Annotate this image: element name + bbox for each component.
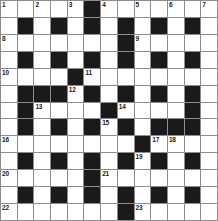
grid-cell-r9c13[interactable] [201,136,217,152]
grid-cell-r11c5[interactable] [68,170,84,186]
blocked-cell-r10c10 [151,153,167,169]
grid-cell-r3c6[interactable] [84,35,100,51]
grid-cell-r13c12[interactable] [185,204,201,220]
grid-cell-r3c3[interactable] [34,35,50,51]
blocked-cell-r10c12 [185,153,201,169]
blocked-cell-r8c6 [84,119,100,135]
grid-cell-r5c6[interactable]: 11 [84,69,100,85]
blocked-cell-r12c6 [84,187,100,203]
grid-cell-r1c2[interactable] [18,1,34,17]
grid-cell-r11c1[interactable]: 20 [1,170,17,186]
blocked-cell-r12c12 [185,187,201,203]
grid-cell-r13c13[interactable] [201,204,217,220]
blocked-cell-r6c10 [151,86,167,102]
grid-cell-r11c7[interactable]: 21 [101,170,117,186]
blocked-cell-r12c10 [151,187,167,203]
clue-number-19: 19 [136,153,143,161]
clue-number-17: 17 [152,136,159,144]
clue-number-23: 23 [136,204,143,212]
blocked-cell-r6c6 [84,86,100,102]
grid-cell-r2c3[interactable] [34,18,50,34]
grid-cell-r2c5[interactable] [68,18,84,34]
grid-cell-r6c5[interactable]: 12 [68,86,84,102]
blocked-cell-r8c12 [185,119,201,135]
grid-cell-r5c1[interactable]: 10 [1,69,17,85]
grid-cell-r4c13[interactable] [201,52,217,68]
grid-cell-r1c11[interactable]: 6 [168,1,184,17]
grid-cell-r8c13[interactable] [201,119,217,135]
grid-cell-r9c1[interactable]: 16 [1,136,17,152]
grid-cell-r10c11[interactable] [168,153,184,169]
grid-cell-r3c13[interactable] [201,35,217,51]
grid-cell-r8c3[interactable] [34,119,50,135]
grid-cell-r13c3[interactable] [34,204,50,220]
blocked-cell-r2c4 [51,18,67,34]
grid-cell-r1c1[interactable]: 1 [1,1,17,17]
grid-cell-r9c6[interactable] [84,136,100,152]
grid-cell-r4c9[interactable] [135,52,151,68]
grid-cell-r5c3[interactable] [34,69,50,85]
clue-number-16: 16 [2,136,9,144]
grid-cell-r7c1[interactable] [1,103,17,119]
blocked-cell-r8c8 [118,119,134,135]
grid-cell-r7c6[interactable] [84,103,100,119]
grid-cell-r9c2[interactable] [18,136,34,152]
grid-cell-r12c5[interactable] [68,187,84,203]
grid-cell-r11c8[interactable] [118,170,134,186]
clue-number-11: 11 [85,69,91,77]
blocked-cell-r10c2 [18,153,34,169]
blocked-cell-r2c2 [18,18,34,34]
blocked-cell-r7c7 [101,103,117,119]
blocked-cell-r1c6 [84,1,100,17]
grid-cell-r9c11[interactable]: 18 [168,136,184,152]
grid-cell-r3c12[interactable] [185,35,201,51]
clue-number-4: 4 [102,1,105,9]
clue-number-9: 9 [136,35,139,43]
grid-cell-r2c7[interactable] [101,18,117,34]
blocked-cell-r6c12 [185,86,201,102]
grid-cell-r6c7[interactable] [101,86,117,102]
clue-number-20: 20 [2,170,9,178]
grid-cell-r4c7[interactable] [101,52,117,68]
grid-cell-r4c11[interactable] [168,52,184,68]
grid-cell-r12c7[interactable] [101,187,117,203]
blocked-cell-r10c6 [84,153,100,169]
grid-cell-r7c13[interactable] [201,103,217,119]
blocked-cell-r7c12 [185,103,201,119]
grid-cell-r8c5[interactable] [68,119,84,135]
grid-cell-r1c12[interactable] [185,1,201,17]
grid-cell-r6c1[interactable] [1,86,17,102]
grid-cell-r3c1[interactable]: 8 [1,35,17,51]
blocked-cell-r9c9 [135,136,151,152]
blocked-cell-r8c10 [151,119,167,135]
grid-cell-r3c9[interactable]: 9 [135,35,151,51]
grid-cell-r1c7[interactable]: 4 [101,1,117,17]
blocked-cell-r5c5 [68,69,84,85]
grid-cell-r11c12[interactable] [185,170,201,186]
grid-cell-r12c9[interactable] [135,187,151,203]
grid-cell-r1c9[interactable]: 5 [135,1,151,17]
blocked-cell-r4c2 [18,52,34,68]
grid-cell-r6c9[interactable] [135,86,151,102]
crossword-puzzle: 1234567891011121314151617181920212223 [0,0,218,221]
grid-cell-r9c4[interactable] [51,136,67,152]
blocked-cell-r12c4 [51,187,67,203]
grid-cell-r4c1[interactable] [1,52,17,68]
grid-cell-r11c3[interactable] [34,170,50,186]
clue-number-10: 10 [2,69,9,77]
grid-cell-r7c10[interactable] [151,103,167,119]
blocked-cell-r6c2 [18,86,34,102]
grid-cell-r12c3[interactable] [34,187,50,203]
clue-number-8: 8 [2,35,5,43]
grid-cell-r1c8[interactable] [118,1,134,17]
blocked-cell-r4c4 [51,52,67,68]
clue-number-12: 12 [69,86,76,94]
blocked-cell-r6c4 [51,86,67,102]
grid-cell-r11c9[interactable] [135,170,151,186]
clue-number-13: 13 [35,103,42,111]
blocked-cell-r4c12 [185,52,201,68]
grid-cell-r11c2[interactable] [18,170,34,186]
blocked-cell-r4c8 [118,52,134,68]
grid-cell-r2c9[interactable] [135,18,151,34]
grid-cell-r2c11[interactable] [168,18,184,34]
grid-cell-r7c11[interactable] [168,103,184,119]
grid-cell-r10c1[interactable] [1,153,17,169]
grid-cell-r7c3[interactable]: 13 [34,103,50,119]
grid-cell-r5c12[interactable] [185,69,201,85]
grid-cell-r5c13[interactable] [201,69,217,85]
clue-number-7: 7 [202,1,205,9]
blocked-cell-r4c10 [151,52,167,68]
grid-cell-r10c13[interactable] [201,153,217,169]
blocked-cell-r4c6 [84,52,100,68]
blocked-cell-r2c6 [84,18,100,34]
grid-cell-r6c13[interactable] [201,86,217,102]
grid-cell-r3c10[interactable] [151,35,167,51]
grid-cell-r5c7[interactable] [101,69,117,85]
blocked-cell-r10c8 [118,153,134,169]
blocked-cell-r8c2 [18,119,34,135]
blocked-cell-r6c3 [34,86,50,102]
grid-cell-r10c3[interactable] [34,153,50,169]
grid-cell-r13c10[interactable] [151,204,167,220]
grid-cell-r5c2[interactable] [18,69,34,85]
blocked-cell-r2c8 [118,18,134,34]
grid-cell-r7c8[interactable]: 14 [118,103,134,119]
grid-cell-r3c11[interactable] [168,35,184,51]
grid-cell-r1c4[interactable] [51,1,67,17]
grid-cell-r6c11[interactable] [168,86,184,102]
blocked-cell-r11c6 [84,170,100,186]
clue-number-21: 21 [102,170,109,178]
clue-number-6: 6 [169,1,172,9]
grid-cell-r13c5[interactable] [68,204,84,220]
clue-number-5: 5 [136,1,139,9]
grid-cell-r1c3[interactable]: 2 [34,1,50,17]
grid-cell-r9c5[interactable] [68,136,84,152]
grid-cell-r8c7[interactable]: 15 [101,119,117,135]
clue-number-1: 1 [2,1,5,9]
grid-cell-r4c5[interactable] [68,52,84,68]
grid-cell-r12c11[interactable] [168,187,184,203]
grid-cell-r9c7[interactable] [101,136,117,152]
blocked-cell-r12c2 [18,187,34,203]
blocked-cell-r10c4 [51,153,67,169]
grid-cell-r13c2[interactable] [18,204,34,220]
grid-cell-r1c5[interactable]: 3 [68,1,84,17]
clue-number-3: 3 [69,1,72,9]
grid-cell-r13c1[interactable]: 22 [1,204,17,220]
grid-cell-r1c13[interactable]: 7 [201,1,217,17]
blocked-cell-r2c12 [185,18,201,34]
grid-cell-r9c12[interactable] [185,136,201,152]
clue-number-22: 22 [2,204,9,212]
grid-cell-r5c8[interactable] [118,69,134,85]
grid-cell-r3c4[interactable] [51,35,67,51]
blocked-cell-r3c8 [118,35,134,51]
blocked-cell-r12c8 [118,187,134,203]
grid-cell-r10c7[interactable] [101,153,117,169]
grid-cell-r9c8[interactable] [118,136,134,152]
grid-cell-r13c7[interactable] [101,204,117,220]
blocked-cell-r8c4 [51,119,67,135]
clue-number-2: 2 [35,1,38,9]
grid-cell-r3c2[interactable] [18,35,34,51]
grid-cell-r13c9[interactable]: 23 [135,204,151,220]
grid-cell-r9c10[interactable]: 17 [151,136,167,152]
grid-cell-r5c4[interactable] [51,69,67,85]
grid-cell-r1c10[interactable] [151,1,167,17]
grid-cell-r5c10[interactable] [151,69,167,85]
grid-cell-r11c4[interactable] [51,170,67,186]
grid-cell-r12c1[interactable] [1,187,17,203]
grid-cell-r10c5[interactable] [68,153,84,169]
grid-cell-r13c6[interactable] [84,204,100,220]
grid-cell-r13c11[interactable] [168,204,184,220]
blocked-cell-r13c8 [118,204,134,220]
grid-cell-r10c9[interactable]: 19 [135,153,151,169]
blocked-cell-r6c8 [118,86,134,102]
grid-cell-r5c9[interactable] [135,69,151,85]
clue-number-15: 15 [102,119,109,127]
grid-cell-r11c10[interactable] [151,170,167,186]
grid-cell-r7c4[interactable] [51,103,67,119]
grid-cell-r2c1[interactable] [1,18,17,34]
grid-cell-r8c9[interactable] [135,119,151,135]
clue-number-18: 18 [169,136,176,144]
grid-cell-r7c5[interactable] [68,103,84,119]
grid-cell-r13c4[interactable] [51,204,67,220]
blocked-cell-r2c10 [151,18,167,34]
crossword-board: 1234567891011121314151617181920212223 [0,0,218,221]
grid-cell-r2c13[interactable] [201,18,217,34]
blocked-cell-r8c11 [168,119,184,135]
grid-cell-r7c9[interactable] [135,103,151,119]
grid-cell-r8c1[interactable] [1,119,17,135]
grid-cell-r9c3[interactable] [34,136,50,152]
grid-cell-r11c11[interactable] [168,170,184,186]
grid-cell-r3c7[interactable] [101,35,117,51]
blocked-cell-r7c2 [18,103,34,119]
grid-cell-r3c5[interactable] [68,35,84,51]
grid-cell-r12c13[interactable] [201,187,217,203]
clue-number-14: 14 [119,103,126,111]
grid-cell-r4c3[interactable] [34,52,50,68]
grid-cell-r5c11[interactable] [168,69,184,85]
grid-cell-r11c13[interactable] [201,170,217,186]
